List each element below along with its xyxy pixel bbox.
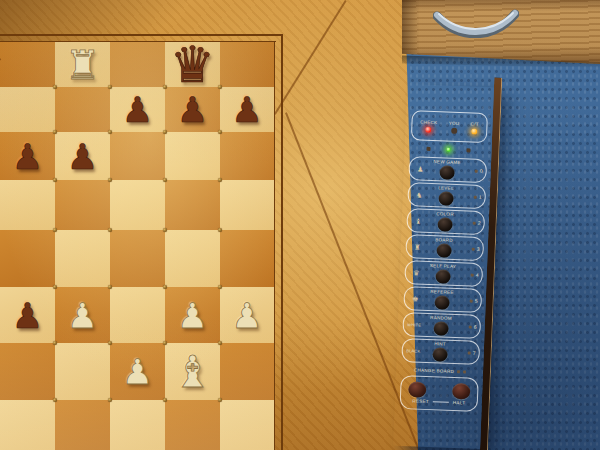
room-scene: ♜♛♟♟♟♟♟♟♟♟♟♟♝ CHECKYOUC/T ♟NEW GAME0♞LEV… bbox=[0, 0, 600, 450]
status-label-check: CHECK bbox=[420, 119, 437, 125]
random-button[interactable] bbox=[433, 321, 449, 336]
self-play-button[interactable] bbox=[435, 269, 451, 284]
board-square bbox=[165, 343, 220, 400]
drawer-front bbox=[402, 0, 600, 64]
board-square bbox=[165, 87, 220, 132]
panel-button-group: ♞LEVEL1 bbox=[407, 182, 486, 209]
board-square bbox=[0, 180, 55, 230]
status-led-box: CHECKYOUC/T bbox=[411, 110, 488, 143]
button-digit: 4 bbox=[476, 272, 479, 278]
board-square bbox=[0, 343, 55, 400]
status-led-column: YOU bbox=[448, 120, 459, 133]
status-led bbox=[451, 127, 457, 133]
panel-button-group: BLACKHINT7 bbox=[401, 338, 480, 365]
board-square bbox=[55, 180, 110, 230]
button-led bbox=[472, 247, 475, 250]
panel-button-group: ♜BOARD3 bbox=[405, 234, 484, 261]
button-led bbox=[474, 195, 477, 198]
rook-icon: ♜ bbox=[410, 243, 425, 251]
board-square bbox=[110, 230, 165, 287]
button-digit: 6 bbox=[474, 324, 477, 330]
board-square bbox=[220, 132, 274, 180]
status-led-column: C/T bbox=[470, 121, 479, 134]
chess-computer-control-panel: CHECKYOUC/T ♟NEW GAME0♞LEVEL1♝COLOR2♜BOA… bbox=[393, 84, 495, 449]
color-label: COLOR bbox=[436, 211, 454, 217]
queen-icon: ♛ bbox=[409, 269, 424, 277]
mini-led bbox=[446, 148, 450, 152]
board-square bbox=[165, 180, 220, 230]
panel-button-group: ♝COLOR2 bbox=[406, 208, 485, 235]
button-digit: 3 bbox=[477, 246, 480, 252]
board-frame-right-inner bbox=[274, 41, 275, 450]
board-square bbox=[220, 287, 274, 343]
hint-label: HINT bbox=[434, 341, 446, 346]
board-frame-top-outer bbox=[0, 34, 282, 36]
board-square bbox=[220, 230, 274, 287]
change-board-led bbox=[457, 370, 460, 373]
board-square bbox=[55, 287, 110, 343]
mini-led-row bbox=[404, 142, 492, 157]
board-button[interactable] bbox=[436, 243, 452, 258]
new-game-button[interactable] bbox=[439, 165, 455, 180]
board-square bbox=[165, 42, 220, 87]
status-led bbox=[425, 126, 431, 132]
self-play-label: SELF PLAY bbox=[430, 263, 457, 269]
board-square bbox=[55, 42, 110, 87]
board-square bbox=[110, 287, 165, 343]
white-side-label: WHITE bbox=[407, 322, 422, 328]
board-square bbox=[0, 287, 55, 343]
status-led-column: CHECK bbox=[420, 119, 438, 133]
level-button[interactable] bbox=[438, 191, 454, 206]
board-square bbox=[165, 287, 220, 343]
board-square bbox=[110, 343, 165, 400]
board-square bbox=[0, 132, 55, 180]
button-led bbox=[475, 169, 478, 172]
king-icon: ♚ bbox=[408, 295, 423, 303]
referee-label: REFEREE bbox=[430, 289, 454, 295]
reset-label: RESET bbox=[412, 398, 429, 404]
board-square bbox=[0, 87, 55, 132]
chessboard bbox=[0, 42, 274, 450]
color-button[interactable] bbox=[437, 217, 453, 232]
status-led bbox=[471, 128, 477, 134]
board-square bbox=[220, 343, 274, 400]
board-square bbox=[110, 132, 165, 180]
halt-button[interactable] bbox=[452, 383, 471, 400]
board-square bbox=[165, 230, 220, 287]
board-square bbox=[55, 87, 110, 132]
status-label-ct: C/T bbox=[471, 121, 479, 126]
chess-table-surface: ♜♛♟♟♟♟♟♟♟♟♟♟♝ bbox=[0, 0, 420, 450]
board-square bbox=[165, 400, 220, 450]
label-divider bbox=[433, 401, 449, 403]
random-label: RANDOM bbox=[430, 315, 452, 321]
status-label-you: YOU bbox=[449, 120, 460, 125]
button-digit: 5 bbox=[475, 298, 478, 304]
board-square bbox=[55, 343, 110, 400]
board-square bbox=[220, 42, 274, 87]
panel-button-group: ♟NEW GAME0 bbox=[408, 156, 487, 183]
board-square bbox=[55, 400, 110, 450]
board-frame-right-outer bbox=[281, 34, 283, 450]
button-led bbox=[469, 325, 472, 328]
board-square bbox=[110, 180, 165, 230]
halt-label: HALT bbox=[453, 400, 466, 405]
change-board-label: CHANGE BOARD bbox=[414, 367, 454, 374]
knight-icon: ♞ bbox=[412, 191, 427, 199]
board-square bbox=[165, 132, 220, 180]
board-square bbox=[0, 400, 55, 450]
button-digit: 0 bbox=[480, 168, 483, 174]
board-square bbox=[0, 42, 55, 87]
board-label: BOARD bbox=[435, 237, 453, 243]
referee-button[interactable] bbox=[434, 295, 450, 310]
board-square bbox=[55, 132, 110, 180]
black-side-label: BLACK bbox=[406, 348, 421, 354]
pawn-icon: ♟ bbox=[413, 165, 428, 173]
button-led bbox=[471, 273, 474, 276]
hint-button[interactable] bbox=[432, 347, 448, 362]
button-digit: 2 bbox=[478, 220, 481, 226]
panel-button-group: WHITERANDOM6 bbox=[402, 312, 481, 339]
drawer-handle[interactable] bbox=[433, 8, 519, 38]
board-square bbox=[220, 87, 274, 132]
board-square bbox=[110, 42, 165, 87]
level-label: LEVEL bbox=[438, 185, 454, 191]
mini-led bbox=[426, 147, 430, 151]
panel-button-group: ♚REFEREE5 bbox=[403, 286, 482, 313]
veneer-seam bbox=[274, 0, 346, 114]
button-digit: 1 bbox=[479, 194, 482, 200]
change-board-led bbox=[463, 370, 466, 373]
button-led bbox=[468, 351, 471, 354]
new-game-label: NEW GAME bbox=[433, 159, 461, 165]
board-square bbox=[0, 230, 55, 287]
reset-button[interactable] bbox=[408, 381, 427, 398]
board-square bbox=[220, 400, 274, 450]
panel-button-group: ♛SELF PLAY4 bbox=[404, 260, 483, 287]
button-digit: 7 bbox=[473, 350, 476, 356]
board-square bbox=[55, 230, 110, 287]
board-square bbox=[220, 180, 274, 230]
board-square bbox=[110, 87, 165, 132]
bishop-icon: ♝ bbox=[411, 217, 426, 225]
button-led bbox=[470, 299, 473, 302]
button-led bbox=[473, 221, 476, 224]
mini-led bbox=[466, 148, 470, 152]
reset-halt-group: RESET HALT bbox=[400, 375, 479, 412]
board-square bbox=[110, 400, 165, 450]
